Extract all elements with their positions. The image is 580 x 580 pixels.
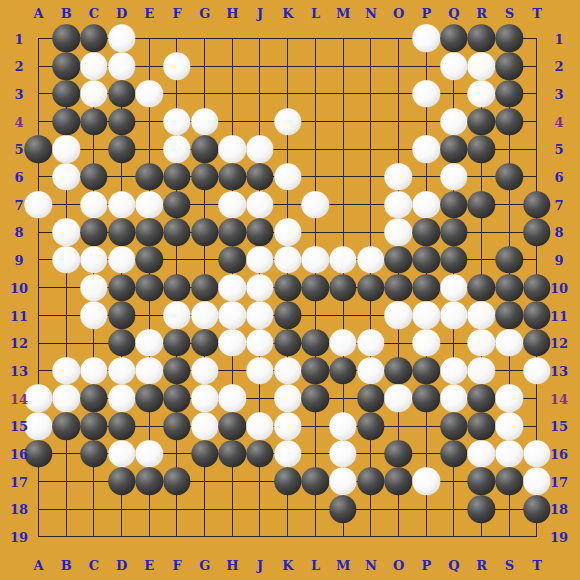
intersection-G5[interactable]	[191, 135, 219, 163]
intersection-L2[interactable]	[302, 52, 330, 80]
intersection-O2[interactable]	[385, 52, 413, 80]
intersection-S10[interactable]	[495, 274, 523, 302]
intersection-L18[interactable]	[302, 495, 330, 523]
intersection-J9[interactable]	[246, 246, 274, 274]
intersection-B17[interactable]	[52, 468, 80, 496]
intersection-S18[interactable]	[495, 495, 523, 523]
intersection-P1[interactable]	[412, 25, 440, 53]
intersection-L19[interactable]	[302, 523, 330, 551]
intersection-P13[interactable]	[412, 357, 440, 385]
intersection-L6[interactable]	[302, 163, 330, 191]
intersection-H8[interactable]	[218, 218, 246, 246]
intersection-K7[interactable]	[274, 191, 302, 219]
intersection-N2[interactable]	[357, 52, 385, 80]
intersection-K5[interactable]	[274, 135, 302, 163]
intersection-S19[interactable]	[495, 523, 523, 551]
intersection-P14[interactable]	[412, 385, 440, 413]
intersection-L3[interactable]	[302, 80, 330, 108]
intersection-B12[interactable]	[52, 329, 80, 357]
intersection-D4[interactable]	[108, 108, 136, 136]
intersection-P5[interactable]	[412, 135, 440, 163]
intersection-A9[interactable]	[25, 246, 53, 274]
intersection-Q12[interactable]	[440, 329, 468, 357]
intersection-O14[interactable]	[385, 385, 413, 413]
intersection-N19[interactable]	[357, 523, 385, 551]
intersection-F5[interactable]	[163, 135, 191, 163]
intersection-N16[interactable]	[357, 440, 385, 468]
intersection-T13[interactable]	[523, 357, 551, 385]
intersection-P12[interactable]	[412, 329, 440, 357]
intersection-H5[interactable]	[218, 135, 246, 163]
intersection-C15[interactable]	[80, 412, 108, 440]
intersection-J11[interactable]	[246, 302, 274, 330]
intersection-G2[interactable]	[191, 52, 219, 80]
intersection-C7[interactable]	[80, 191, 108, 219]
intersection-O19[interactable]	[385, 523, 413, 551]
intersection-C10[interactable]	[80, 274, 108, 302]
intersection-H18[interactable]	[218, 495, 246, 523]
intersection-M11[interactable]	[329, 302, 357, 330]
intersection-A14[interactable]	[25, 385, 53, 413]
intersection-L4[interactable]	[302, 108, 330, 136]
intersection-E2[interactable]	[135, 52, 163, 80]
intersection-B15[interactable]	[52, 412, 80, 440]
intersection-J2[interactable]	[246, 52, 274, 80]
intersection-Q13[interactable]	[440, 357, 468, 385]
intersection-Q7[interactable]	[440, 191, 468, 219]
intersection-A13[interactable]	[25, 357, 53, 385]
intersection-M16[interactable]	[329, 440, 357, 468]
intersection-R4[interactable]	[468, 108, 496, 136]
intersection-N15[interactable]	[357, 412, 385, 440]
intersection-D11[interactable]	[108, 302, 136, 330]
intersection-S4[interactable]	[495, 108, 523, 136]
intersection-H3[interactable]	[218, 80, 246, 108]
intersection-O4[interactable]	[385, 108, 413, 136]
intersection-E1[interactable]	[135, 25, 163, 53]
intersection-C6[interactable]	[80, 163, 108, 191]
intersection-K12[interactable]	[274, 329, 302, 357]
intersection-D1[interactable]	[108, 25, 136, 53]
intersection-T11[interactable]	[523, 302, 551, 330]
intersection-N11[interactable]	[357, 302, 385, 330]
intersection-G16[interactable]	[191, 440, 219, 468]
intersection-E16[interactable]	[135, 440, 163, 468]
intersection-O11[interactable]	[385, 302, 413, 330]
intersection-Q6[interactable]	[440, 163, 468, 191]
intersection-P15[interactable]	[412, 412, 440, 440]
intersection-C12[interactable]	[80, 329, 108, 357]
intersection-P4[interactable]	[412, 108, 440, 136]
intersection-H17[interactable]	[218, 468, 246, 496]
intersection-T3[interactable]	[523, 80, 551, 108]
intersection-F19[interactable]	[163, 523, 191, 551]
intersection-K2[interactable]	[274, 52, 302, 80]
intersection-L16[interactable]	[302, 440, 330, 468]
intersection-P11[interactable]	[412, 302, 440, 330]
intersection-B11[interactable]	[52, 302, 80, 330]
intersection-N12[interactable]	[357, 329, 385, 357]
intersection-F1[interactable]	[163, 25, 191, 53]
intersection-E13[interactable]	[135, 357, 163, 385]
intersection-B6[interactable]	[52, 163, 80, 191]
intersection-L7[interactable]	[302, 191, 330, 219]
intersection-Q10[interactable]	[440, 274, 468, 302]
intersection-L14[interactable]	[302, 385, 330, 413]
intersection-H11[interactable]	[218, 302, 246, 330]
intersection-K11[interactable]	[274, 302, 302, 330]
intersection-H10[interactable]	[218, 274, 246, 302]
intersection-B9[interactable]	[52, 246, 80, 274]
intersection-J17[interactable]	[246, 468, 274, 496]
intersection-S9[interactable]	[495, 246, 523, 274]
intersection-R5[interactable]	[468, 135, 496, 163]
intersection-E12[interactable]	[135, 329, 163, 357]
intersection-T1[interactable]	[523, 25, 551, 53]
intersection-F10[interactable]	[163, 274, 191, 302]
intersection-G18[interactable]	[191, 495, 219, 523]
intersection-N7[interactable]	[357, 191, 385, 219]
intersection-K15[interactable]	[274, 412, 302, 440]
intersection-F4[interactable]	[163, 108, 191, 136]
intersection-T8[interactable]	[523, 218, 551, 246]
intersection-H12[interactable]	[218, 329, 246, 357]
intersection-B16[interactable]	[52, 440, 80, 468]
intersection-Q8[interactable]	[440, 218, 468, 246]
intersection-D2[interactable]	[108, 52, 136, 80]
intersection-O3[interactable]	[385, 80, 413, 108]
intersection-Q3[interactable]	[440, 80, 468, 108]
intersection-M13[interactable]	[329, 357, 357, 385]
intersection-M4[interactable]	[329, 108, 357, 136]
intersection-L1[interactable]	[302, 25, 330, 53]
intersection-R2[interactable]	[468, 52, 496, 80]
intersection-N5[interactable]	[357, 135, 385, 163]
intersection-R1[interactable]	[468, 25, 496, 53]
intersection-D15[interactable]	[108, 412, 136, 440]
intersection-G8[interactable]	[191, 218, 219, 246]
intersection-K3[interactable]	[274, 80, 302, 108]
intersection-O9[interactable]	[385, 246, 413, 274]
intersection-K17[interactable]	[274, 468, 302, 496]
intersection-Q15[interactable]	[440, 412, 468, 440]
intersection-L17[interactable]	[302, 468, 330, 496]
intersection-D13[interactable]	[108, 357, 136, 385]
intersection-A18[interactable]	[25, 495, 53, 523]
intersection-B2[interactable]	[52, 52, 80, 80]
intersection-N14[interactable]	[357, 385, 385, 413]
intersection-O5[interactable]	[385, 135, 413, 163]
intersection-E5[interactable]	[135, 135, 163, 163]
intersection-T10[interactable]	[523, 274, 551, 302]
intersection-J13[interactable]	[246, 357, 274, 385]
intersection-M17[interactable]	[329, 468, 357, 496]
intersection-S7[interactable]	[495, 191, 523, 219]
intersection-Q17[interactable]	[440, 468, 468, 496]
intersection-H13[interactable]	[218, 357, 246, 385]
intersection-C19[interactable]	[80, 523, 108, 551]
intersection-B3[interactable]	[52, 80, 80, 108]
intersection-L8[interactable]	[302, 218, 330, 246]
intersection-A2[interactable]	[25, 52, 53, 80]
intersection-D16[interactable]	[108, 440, 136, 468]
intersection-A8[interactable]	[25, 218, 53, 246]
intersection-Q5[interactable]	[440, 135, 468, 163]
intersection-E11[interactable]	[135, 302, 163, 330]
intersection-S5[interactable]	[495, 135, 523, 163]
intersection-B1[interactable]	[52, 25, 80, 53]
intersection-T4[interactable]	[523, 108, 551, 136]
intersection-Q19[interactable]	[440, 523, 468, 551]
intersection-C8[interactable]	[80, 218, 108, 246]
intersection-R12[interactable]	[468, 329, 496, 357]
intersection-E15[interactable]	[135, 412, 163, 440]
intersection-C1[interactable]	[80, 25, 108, 53]
intersection-D12[interactable]	[108, 329, 136, 357]
intersection-K9[interactable]	[274, 246, 302, 274]
intersection-K18[interactable]	[274, 495, 302, 523]
intersection-G3[interactable]	[191, 80, 219, 108]
intersection-R19[interactable]	[468, 523, 496, 551]
intersection-B14[interactable]	[52, 385, 80, 413]
intersection-O12[interactable]	[385, 329, 413, 357]
intersection-J7[interactable]	[246, 191, 274, 219]
intersection-T5[interactable]	[523, 135, 551, 163]
intersection-O16[interactable]	[385, 440, 413, 468]
intersection-S14[interactable]	[495, 385, 523, 413]
intersection-N6[interactable]	[357, 163, 385, 191]
intersection-H1[interactable]	[218, 25, 246, 53]
intersection-N1[interactable]	[357, 25, 385, 53]
intersection-M14[interactable]	[329, 385, 357, 413]
intersection-N18[interactable]	[357, 495, 385, 523]
intersection-T7[interactable]	[523, 191, 551, 219]
intersection-T12[interactable]	[523, 329, 551, 357]
intersection-M1[interactable]	[329, 25, 357, 53]
intersection-Q9[interactable]	[440, 246, 468, 274]
intersection-D17[interactable]	[108, 468, 136, 496]
intersection-C5[interactable]	[80, 135, 108, 163]
intersection-F3[interactable]	[163, 80, 191, 108]
intersection-P18[interactable]	[412, 495, 440, 523]
intersection-M9[interactable]	[329, 246, 357, 274]
intersection-B10[interactable]	[52, 274, 80, 302]
intersection-E6[interactable]	[135, 163, 163, 191]
intersection-B8[interactable]	[52, 218, 80, 246]
intersection-K19[interactable]	[274, 523, 302, 551]
intersection-T14[interactable]	[523, 385, 551, 413]
intersection-A10[interactable]	[25, 274, 53, 302]
intersection-K8[interactable]	[274, 218, 302, 246]
intersection-T6[interactable]	[523, 163, 551, 191]
intersection-Q14[interactable]	[440, 385, 468, 413]
intersection-D19[interactable]	[108, 523, 136, 551]
intersection-M6[interactable]	[329, 163, 357, 191]
intersection-A16[interactable]	[25, 440, 53, 468]
intersection-Q16[interactable]	[440, 440, 468, 468]
intersection-B19[interactable]	[52, 523, 80, 551]
intersection-F9[interactable]	[163, 246, 191, 274]
intersection-B7[interactable]	[52, 191, 80, 219]
intersection-M18[interactable]	[329, 495, 357, 523]
intersection-H14[interactable]	[218, 385, 246, 413]
intersection-O18[interactable]	[385, 495, 413, 523]
intersection-P10[interactable]	[412, 274, 440, 302]
intersection-F6[interactable]	[163, 163, 191, 191]
intersection-G7[interactable]	[191, 191, 219, 219]
intersection-R15[interactable]	[468, 412, 496, 440]
intersection-D3[interactable]	[108, 80, 136, 108]
intersection-B13[interactable]	[52, 357, 80, 385]
intersection-A4[interactable]	[25, 108, 53, 136]
intersection-J14[interactable]	[246, 385, 274, 413]
intersection-R11[interactable]	[468, 302, 496, 330]
intersection-G4[interactable]	[191, 108, 219, 136]
intersection-C18[interactable]	[80, 495, 108, 523]
intersection-C14[interactable]	[80, 385, 108, 413]
intersection-S8[interactable]	[495, 218, 523, 246]
intersection-J3[interactable]	[246, 80, 274, 108]
intersection-R10[interactable]	[468, 274, 496, 302]
intersection-T19[interactable]	[523, 523, 551, 551]
intersection-H4[interactable]	[218, 108, 246, 136]
intersection-D5[interactable]	[108, 135, 136, 163]
intersection-H16[interactable]	[218, 440, 246, 468]
intersection-P19[interactable]	[412, 523, 440, 551]
intersection-T2[interactable]	[523, 52, 551, 80]
intersection-C3[interactable]	[80, 80, 108, 108]
intersection-E10[interactable]	[135, 274, 163, 302]
intersection-A1[interactable]	[25, 25, 53, 53]
intersection-K4[interactable]	[274, 108, 302, 136]
intersection-A3[interactable]	[25, 80, 53, 108]
intersection-D8[interactable]	[108, 218, 136, 246]
intersection-A15[interactable]	[25, 412, 53, 440]
intersection-G11[interactable]	[191, 302, 219, 330]
intersection-Q11[interactable]	[440, 302, 468, 330]
intersection-F17[interactable]	[163, 468, 191, 496]
intersection-S3[interactable]	[495, 80, 523, 108]
intersection-R14[interactable]	[468, 385, 496, 413]
intersection-Q2[interactable]	[440, 52, 468, 80]
intersection-F11[interactable]	[163, 302, 191, 330]
intersection-O15[interactable]	[385, 412, 413, 440]
intersection-C16[interactable]	[80, 440, 108, 468]
intersection-G14[interactable]	[191, 385, 219, 413]
intersection-J4[interactable]	[246, 108, 274, 136]
intersection-F16[interactable]	[163, 440, 191, 468]
intersection-J16[interactable]	[246, 440, 274, 468]
intersection-P16[interactable]	[412, 440, 440, 468]
intersection-G9[interactable]	[191, 246, 219, 274]
intersection-P9[interactable]	[412, 246, 440, 274]
intersection-G19[interactable]	[191, 523, 219, 551]
intersection-N17[interactable]	[357, 468, 385, 496]
intersection-N10[interactable]	[357, 274, 385, 302]
intersection-A12[interactable]	[25, 329, 53, 357]
intersection-L11[interactable]	[302, 302, 330, 330]
intersection-F14[interactable]	[163, 385, 191, 413]
intersection-T15[interactable]	[523, 412, 551, 440]
intersection-K16[interactable]	[274, 440, 302, 468]
intersection-E8[interactable]	[135, 218, 163, 246]
intersection-P17[interactable]	[412, 468, 440, 496]
intersection-C4[interactable]	[80, 108, 108, 136]
intersection-N4[interactable]	[357, 108, 385, 136]
intersection-T9[interactable]	[523, 246, 551, 274]
intersection-M12[interactable]	[329, 329, 357, 357]
intersection-J10[interactable]	[246, 274, 274, 302]
intersection-O7[interactable]	[385, 191, 413, 219]
intersection-B5[interactable]	[52, 135, 80, 163]
intersection-A7[interactable]	[25, 191, 53, 219]
intersection-G17[interactable]	[191, 468, 219, 496]
intersection-L13[interactable]	[302, 357, 330, 385]
intersection-H2[interactable]	[218, 52, 246, 80]
intersection-N3[interactable]	[357, 80, 385, 108]
intersection-S1[interactable]	[495, 25, 523, 53]
intersection-S2[interactable]	[495, 52, 523, 80]
intersection-E14[interactable]	[135, 385, 163, 413]
intersection-E18[interactable]	[135, 495, 163, 523]
intersection-R3[interactable]	[468, 80, 496, 108]
intersection-T16[interactable]	[523, 440, 551, 468]
intersection-R16[interactable]	[468, 440, 496, 468]
intersection-S11[interactable]	[495, 302, 523, 330]
intersection-J6[interactable]	[246, 163, 274, 191]
intersection-E17[interactable]	[135, 468, 163, 496]
intersection-M7[interactable]	[329, 191, 357, 219]
intersection-K6[interactable]	[274, 163, 302, 191]
intersection-P3[interactable]	[412, 80, 440, 108]
intersection-F7[interactable]	[163, 191, 191, 219]
intersection-M8[interactable]	[329, 218, 357, 246]
intersection-R18[interactable]	[468, 495, 496, 523]
intersection-S13[interactable]	[495, 357, 523, 385]
intersection-M2[interactable]	[329, 52, 357, 80]
intersection-J19[interactable]	[246, 523, 274, 551]
intersection-P7[interactable]	[412, 191, 440, 219]
intersection-G12[interactable]	[191, 329, 219, 357]
intersection-F18[interactable]	[163, 495, 191, 523]
intersection-O13[interactable]	[385, 357, 413, 385]
intersection-H15[interactable]	[218, 412, 246, 440]
intersection-S15[interactable]	[495, 412, 523, 440]
intersection-C9[interactable]	[80, 246, 108, 274]
intersection-D6[interactable]	[108, 163, 136, 191]
intersection-D18[interactable]	[108, 495, 136, 523]
intersection-E9[interactable]	[135, 246, 163, 274]
intersection-C17[interactable]	[80, 468, 108, 496]
intersection-S12[interactable]	[495, 329, 523, 357]
intersection-E4[interactable]	[135, 108, 163, 136]
intersection-B18[interactable]	[52, 495, 80, 523]
intersection-O10[interactable]	[385, 274, 413, 302]
intersection-F12[interactable]	[163, 329, 191, 357]
intersection-F8[interactable]	[163, 218, 191, 246]
intersection-N13[interactable]	[357, 357, 385, 385]
intersection-M3[interactable]	[329, 80, 357, 108]
intersection-J12[interactable]	[246, 329, 274, 357]
intersection-A5[interactable]	[25, 135, 53, 163]
intersection-S17[interactable]	[495, 468, 523, 496]
intersection-E19[interactable]	[135, 523, 163, 551]
intersection-K14[interactable]	[274, 385, 302, 413]
intersection-R8[interactable]	[468, 218, 496, 246]
intersection-Q1[interactable]	[440, 25, 468, 53]
intersection-A19[interactable]	[25, 523, 53, 551]
intersection-R6[interactable]	[468, 163, 496, 191]
